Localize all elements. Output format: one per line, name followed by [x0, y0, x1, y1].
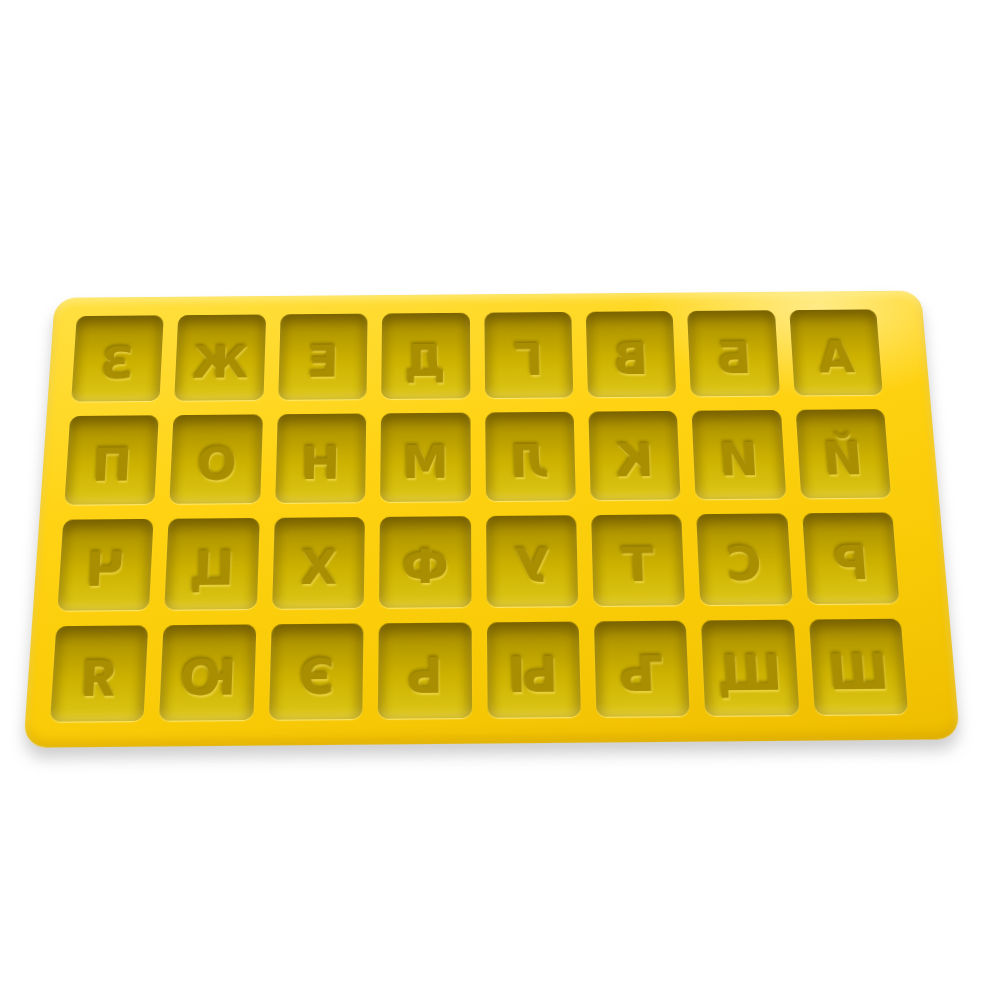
- mold-cavity-r1c7: Б: [687, 310, 779, 396]
- letter-Ю-mirrored: Ю: [178, 653, 237, 703]
- mold-cavity-r3c6: Т: [591, 514, 685, 606]
- letter-Ф-mirrored: Ф: [401, 543, 448, 591]
- letter-П-mirrored: П: [91, 441, 133, 487]
- letter-Щ-mirrored: Щ: [717, 648, 784, 698]
- mold-cavity-r3c3: Х: [272, 517, 365, 610]
- mold-cavity-r3c1: Ч: [57, 518, 154, 611]
- mold-cavity-r2c6: К: [588, 411, 681, 500]
- mold-cavity-r3c8: Р: [802, 512, 900, 604]
- mold-cavity-r1c2: Ж: [175, 314, 266, 400]
- letter-Б-mirrored: Б: [715, 335, 752, 379]
- mold-cavity-r1c3: Е: [278, 314, 368, 400]
- letter-Я-mirrored: Я: [79, 654, 119, 704]
- letter-Ч-mirrored: Ч: [85, 545, 126, 593]
- mold-cavity-r4c5: Ы: [486, 622, 580, 718]
- letter-Л-mirrored: Л: [510, 438, 549, 484]
- letter-Х-mirrored: Х: [300, 544, 338, 592]
- letter-Г-mirrored: Г: [513, 337, 543, 381]
- letter-Т-mirrored: Т: [621, 541, 655, 589]
- mold-cavity-r2c2: О: [170, 414, 263, 503]
- mold-cavity-r2c3: Н: [275, 413, 366, 502]
- mold-cavity-r4c4: Ь: [378, 623, 472, 719]
- mold-cavity-r1c4: Д: [381, 313, 470, 399]
- mold-cavity-r2c8: Й: [795, 409, 891, 498]
- mold-cavity-r4c8: Ш: [809, 619, 909, 715]
- letter-Ж-mirrored: Ж: [191, 340, 249, 385]
- letter-В-mirrored: В: [613, 336, 649, 380]
- letter-Й-mirrored: Й: [822, 435, 864, 481]
- mold-cavity-r3c2: Ц: [165, 517, 260, 610]
- letter-Р-mirrored: Р: [832, 539, 870, 587]
- letter-Ь-mirrored: Ь: [406, 651, 443, 701]
- mold-cavity-r4c3: Э: [269, 624, 364, 720]
- mold-cavity-r1c6: В: [586, 311, 677, 397]
- mold-cavity-r4c1: Я: [50, 626, 149, 722]
- photo-background: ЗЖЕДГВБАПОНМЛКИЙЧЦХФУТСРЯЮЭЬЫЪЩШ: [0, 0, 1000, 1000]
- letter-Ц-mirrored: Ц: [189, 545, 235, 593]
- letter-Э-mirrored: Э: [298, 652, 335, 702]
- letter-Д-mirrored: Д: [405, 338, 446, 383]
- mold-cavity-r4c6: Ъ: [594, 621, 690, 717]
- mold-grid: ЗЖЕДГВБАПОНМЛКИЙЧЦХФУТСРЯЮЭЬЫЪЩШ: [50, 309, 908, 721]
- mold-cavity-r3c7: С: [696, 513, 792, 605]
- letter-М-mirrored: М: [402, 438, 449, 484]
- letter-Е-mirrored: Е: [307, 339, 339, 384]
- mold-cavity-r1c1: З: [71, 315, 164, 401]
- mold-cavity-r4c7: Щ: [701, 620, 799, 716]
- letter-К-mirrored: К: [615, 437, 655, 483]
- mold-cavity-r3c4: Ф: [379, 516, 471, 609]
- letter-А-mirrored: А: [817, 335, 856, 379]
- letter-З-mirrored: З: [100, 341, 135, 386]
- letter-О-mirrored: О: [196, 440, 237, 486]
- letter-Ъ-mirrored: Ъ: [618, 649, 665, 699]
- mold-cavity-r4c2: Ю: [159, 625, 256, 721]
- letter-У-mirrored: У: [513, 542, 550, 590]
- letter-Ш-mirrored: Ш: [827, 647, 890, 697]
- letter-И-mirrored: И: [718, 436, 759, 482]
- letter-Н-mirrored: Н: [301, 439, 341, 485]
- mold-cavity-r2c1: П: [64, 415, 159, 504]
- mold-cavity-r3c5: У: [486, 515, 579, 607]
- mold-cavity-r1c8: А: [789, 309, 883, 395]
- mold-cavity-r2c7: И: [692, 410, 786, 499]
- mold-cavity-r2c4: М: [380, 412, 470, 501]
- mold-cavity-r1c5: Г: [484, 312, 573, 398]
- mold-cavity-r2c5: Л: [485, 411, 576, 500]
- letter-С-mirrored: С: [726, 540, 763, 588]
- silicone-mold-tray: ЗЖЕДГВБАПОНМЛКИЙЧЦХФУТСРЯЮЭЬЫЪЩШ: [23, 291, 960, 748]
- letter-Ы-mirrored: Ы: [508, 650, 559, 700]
